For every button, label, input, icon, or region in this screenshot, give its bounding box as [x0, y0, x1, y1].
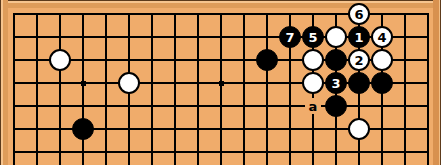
- grid-line-horizontal: [13, 151, 429, 153]
- white-stone: [118, 72, 140, 94]
- black-stone-move-1: 1: [348, 26, 370, 48]
- black-stone-move-7: 7: [279, 26, 301, 48]
- white-stone: [302, 72, 324, 94]
- black-stone: [325, 49, 347, 71]
- black-stone-move-5: 5: [302, 26, 324, 48]
- black-stone: [348, 72, 370, 94]
- move-number: 2: [354, 54, 363, 67]
- board-frame-left: [0, 0, 8, 165]
- white-stone: [325, 26, 347, 48]
- white-stone: [371, 49, 393, 71]
- star-point: [219, 81, 224, 86]
- white-stone: [302, 49, 324, 71]
- move-number: 1: [354, 31, 363, 44]
- point-label-a: a: [305, 98, 321, 114]
- move-number: 4: [377, 31, 386, 44]
- black-stone: [72, 118, 94, 140]
- white-stone: [348, 118, 370, 140]
- black-stone: [256, 49, 278, 71]
- board-surface: 7514623a: [0, 0, 441, 165]
- black-stone: [325, 95, 347, 117]
- grid-line-horizontal: [13, 105, 429, 107]
- board-frame-right: [433, 0, 441, 165]
- move-number: 3: [331, 77, 340, 90]
- move-number: 7: [285, 31, 294, 44]
- board-frame-top: [0, 0, 441, 8]
- go-board-diagram: 7514623a: [0, 0, 441, 165]
- black-stone: [371, 72, 393, 94]
- white-stone: [49, 49, 71, 71]
- move-number: 6: [354, 8, 363, 21]
- white-stone-move-4: 4: [371, 26, 393, 48]
- white-stone-move-6: 6: [348, 3, 370, 25]
- star-point: [81, 81, 86, 86]
- move-number: 5: [308, 31, 317, 44]
- white-stone-move-2: 2: [348, 49, 370, 71]
- black-stone-move-3: 3: [325, 72, 347, 94]
